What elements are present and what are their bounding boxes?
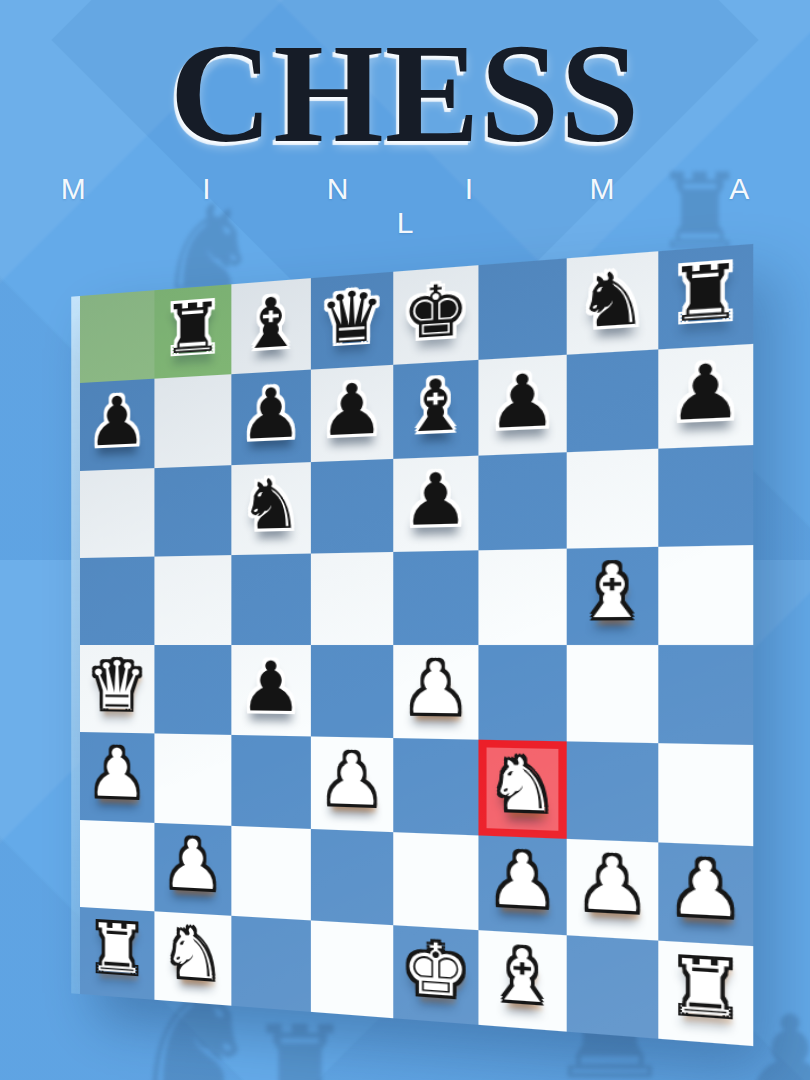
square-a4[interactable]: ♛ (80, 645, 154, 734)
square-b6[interactable] (154, 465, 231, 557)
square-c1[interactable] (231, 916, 311, 1012)
square-h7[interactable]: ♟ (658, 344, 753, 448)
square-g1[interactable] (567, 935, 659, 1039)
square-a3[interactable]: ♟ (80, 732, 154, 822)
square-h2[interactable]: ♟ (658, 842, 753, 946)
background-rook-icon: ♜ (246, 1010, 354, 1080)
title-block: CHESS M I N I M A L (0, 0, 810, 240)
square-f6[interactable] (478, 452, 566, 550)
square-c6[interactable]: ♞ (231, 462, 311, 555)
square-d1[interactable] (311, 920, 393, 1018)
white-pawn[interactable]: ♟ (80, 729, 154, 819)
black-knight[interactable]: ♞ (231, 458, 311, 551)
square-b8[interactable]: ♜ (154, 284, 231, 379)
square-e8[interactable]: ♚ (393, 265, 478, 365)
black-pawn[interactable]: ♟ (478, 351, 566, 451)
square-e3[interactable] (393, 738, 478, 835)
chess-board-wrap: ♜♝♛♚♞♜♟♟♟♝♟♟♞♟♝♛♟♟♟♟♞♟♟♟♟♜♞♚♝♜ (80, 244, 753, 1046)
square-a7[interactable]: ♟ (80, 379, 154, 471)
white-bishop[interactable]: ♝ (567, 543, 659, 642)
square-e7[interactable]: ♝ (393, 360, 478, 458)
square-f1[interactable]: ♝ (478, 930, 566, 1032)
black-pawn[interactable]: ♟ (658, 340, 753, 444)
square-a1[interactable]: ♜ (80, 907, 154, 1000)
white-pawn[interactable]: ♟ (393, 641, 478, 736)
square-a5[interactable] (80, 556, 154, 645)
square-h4[interactable] (658, 645, 753, 745)
square-f4[interactable] (478, 645, 566, 742)
white-pawn[interactable]: ♟ (311, 733, 393, 828)
square-a2[interactable] (80, 820, 154, 912)
black-bishop[interactable]: ♝ (393, 356, 478, 454)
black-pawn[interactable]: ♟ (231, 641, 311, 733)
black-rook[interactable]: ♜ (154, 281, 231, 376)
square-h1[interactable]: ♜ (658, 940, 753, 1046)
square-b5[interactable] (154, 555, 231, 645)
white-king[interactable]: ♚ (393, 921, 478, 1021)
square-g5[interactable]: ♝ (567, 547, 659, 645)
square-d6[interactable] (311, 458, 393, 553)
square-b4[interactable] (154, 645, 231, 735)
square-h5[interactable] (658, 545, 753, 645)
square-c5[interactable] (231, 553, 311, 645)
square-f2[interactable]: ♟ (478, 835, 566, 935)
square-e5[interactable] (393, 550, 478, 645)
square-c4[interactable]: ♟ (231, 645, 311, 737)
square-d2[interactable] (311, 828, 393, 924)
square-e2[interactable] (393, 832, 478, 930)
black-pawn[interactable]: ♟ (393, 451, 478, 548)
square-e4[interactable]: ♟ (393, 645, 478, 740)
square-b2[interactable]: ♟ (154, 822, 231, 915)
square-c3[interactable] (231, 735, 311, 828)
square-c8[interactable]: ♝ (231, 278, 311, 374)
page-title: CHESS (0, 22, 810, 164)
square-b1[interactable]: ♞ (154, 911, 231, 1006)
white-queen[interactable]: ♛ (80, 641, 154, 730)
square-b3[interactable] (154, 734, 231, 826)
square-h8[interactable]: ♜ (658, 244, 753, 350)
square-d3[interactable]: ♟ (311, 737, 393, 832)
white-pawn[interactable]: ♟ (478, 831, 566, 931)
black-rook[interactable]: ♜ (658, 240, 753, 346)
white-pawn[interactable]: ♟ (154, 819, 231, 912)
black-king[interactable]: ♚ (393, 261, 478, 361)
page: { "game": "chess", "app": { "title": "CH… (0, 0, 810, 1080)
white-knight[interactable]: ♞ (154, 908, 231, 1003)
black-pawn[interactable]: ♟ (80, 375, 154, 467)
white-knight[interactable]: ♞ (478, 736, 566, 834)
square-g8[interactable]: ♞ (567, 251, 659, 355)
square-g2[interactable]: ♟ (567, 838, 659, 940)
square-f5[interactable] (478, 548, 566, 645)
square-g7[interactable] (567, 350, 659, 452)
board-edge (71, 296, 80, 994)
square-d8[interactable]: ♛ (311, 272, 393, 370)
black-knight[interactable]: ♞ (567, 247, 659, 351)
square-d5[interactable] (311, 552, 393, 645)
square-g4[interactable] (567, 645, 659, 743)
square-h6[interactable] (658, 444, 753, 546)
white-rook[interactable]: ♜ (80, 903, 154, 996)
white-pawn[interactable]: ♟ (567, 834, 659, 936)
square-a6[interactable] (80, 468, 154, 558)
square-b7[interactable] (154, 374, 231, 467)
square-f8[interactable] (478, 258, 566, 360)
square-d7[interactable]: ♟ (311, 365, 393, 461)
square-f7[interactable]: ♟ (478, 355, 566, 455)
black-bishop[interactable]: ♝ (231, 274, 311, 370)
white-pawn[interactable]: ♟ (658, 838, 753, 942)
square-c7[interactable]: ♟ (231, 370, 311, 465)
white-rook[interactable]: ♜ (658, 936, 753, 1042)
white-bishop[interactable]: ♝ (478, 926, 566, 1028)
black-pawn[interactable]: ♟ (311, 361, 393, 458)
square-e1[interactable]: ♚ (393, 925, 478, 1025)
page-subtitle: M I N I M A L (0, 172, 810, 240)
square-a8[interactable] (80, 290, 154, 383)
square-f3[interactable]: ♞ (478, 740, 566, 838)
square-d4[interactable] (311, 645, 393, 738)
square-g6[interactable] (567, 448, 659, 548)
square-e6[interactable]: ♟ (393, 455, 478, 552)
chess-board: ♜♝♛♚♞♜♟♟♟♝♟♟♞♟♝♛♟♟♟♟♞♟♟♟♟♜♞♚♝♜ (80, 244, 753, 1046)
square-c2[interactable] (231, 825, 311, 920)
black-pawn[interactable]: ♟ (231, 366, 311, 461)
square-g3[interactable] (567, 742, 659, 842)
square-h3[interactable] (658, 743, 753, 845)
black-queen[interactable]: ♛ (311, 268, 393, 366)
